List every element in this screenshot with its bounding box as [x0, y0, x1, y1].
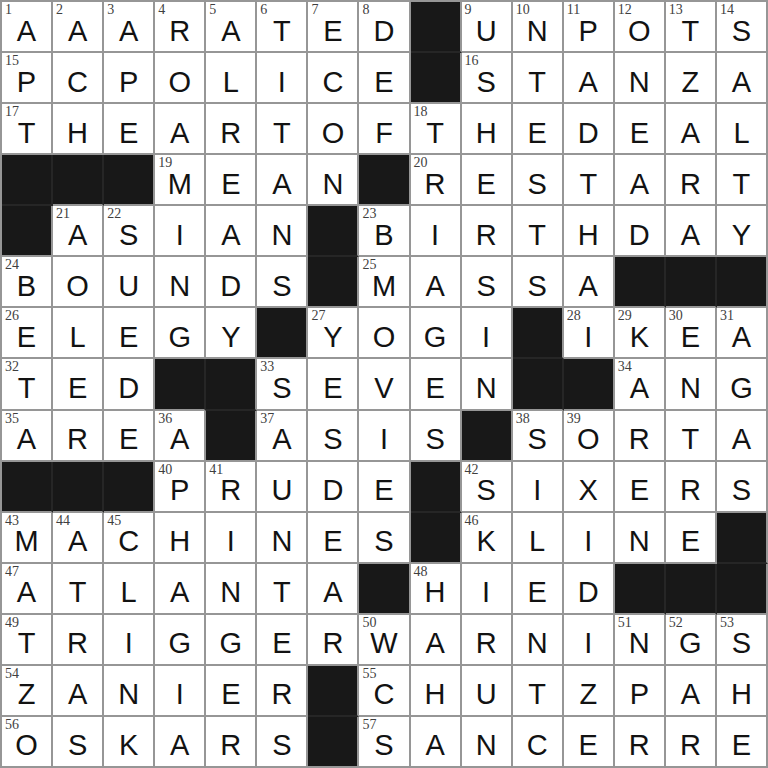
black-square-r6c15 [717, 257, 768, 308]
cell-r3c8[interactable]: F [359, 104, 410, 155]
cell-r6c3[interactable]: U [104, 257, 155, 308]
cell-r15c6[interactable]: S [257, 717, 308, 768]
cell-r15c2[interactable]: S [53, 717, 104, 768]
cell-r3c1[interactable]: 17T [2, 104, 53, 155]
cell-r11c1[interactable]: 43M [2, 513, 53, 564]
cell-r8c2[interactable]: E [53, 359, 104, 410]
cell-letter: L [53, 308, 102, 357]
cell-r2c2[interactable]: C [53, 53, 104, 104]
black-square-r9c10 [462, 411, 513, 462]
cell-r1c3[interactable]: 3A [104, 2, 155, 53]
cell-r5c3[interactable]: 22S [104, 206, 155, 257]
black-square-r10c2 [53, 462, 104, 513]
cell-letter: I [206, 513, 255, 562]
cell-letter: N [615, 615, 664, 664]
cell-letter: H [462, 104, 511, 153]
cell-letter: D [206, 257, 255, 306]
cell-letter: I [513, 462, 562, 511]
cell-r2c12[interactable]: A [564, 53, 615, 104]
cell-r10c6[interactable]: U [257, 462, 308, 513]
cell-r15c12[interactable]: E [564, 717, 615, 768]
cell-r12c6[interactable]: T [257, 564, 308, 615]
cell-letter: N [155, 257, 204, 306]
cell-r11c6[interactable]: N [257, 513, 308, 564]
cell-r2c6[interactable]: I [257, 53, 308, 104]
cell-letter: R [206, 104, 255, 153]
cell-r5c9[interactable]: I [411, 206, 462, 257]
cell-letter: C [513, 717, 562, 766]
cell-r10c5[interactable]: 41R [206, 462, 257, 513]
black-square-r2c9 [411, 53, 462, 104]
cell-letter: N [257, 206, 306, 255]
cell-r11c3[interactable]: 45C [104, 513, 155, 564]
cell-r13c7[interactable]: R [308, 615, 359, 666]
cell-r6c10[interactable]: S [462, 257, 513, 308]
cell-r11c4[interactable]: H [155, 513, 206, 564]
cell-r15c15[interactable]: E [717, 717, 768, 768]
cell-r6c11[interactable]: S [513, 257, 564, 308]
cell-r4c12[interactable]: T [564, 155, 615, 206]
cell-r8c8[interactable]: V [359, 359, 410, 410]
cell-r3c11[interactable]: E [513, 104, 564, 155]
cell-letter: A [155, 104, 204, 153]
cell-r13c1[interactable]: 49T [2, 615, 53, 666]
cell-r2c4[interactable]: O [155, 53, 206, 104]
cell-r10c10[interactable]: 42S [462, 462, 513, 513]
cell-letter: D [359, 2, 408, 51]
cell-r2c14[interactable]: Z [666, 53, 717, 104]
cell-r3c9[interactable]: 18T [411, 104, 462, 155]
cell-r7c10[interactable]: I [462, 308, 513, 359]
cell-letter: E [615, 104, 664, 153]
cell-r8c10[interactable]: N [462, 359, 513, 410]
cell-r5c8[interactable]: 23B [359, 206, 410, 257]
cell-r14c8[interactable]: 55C [359, 666, 410, 717]
cell-r3c5[interactable]: R [206, 104, 257, 155]
cell-letter: G [206, 615, 255, 664]
cell-letter: E [359, 53, 408, 102]
cell-letter: G [411, 308, 460, 357]
cell-r8c1[interactable]: 32T [2, 359, 53, 410]
cell-letter: R [308, 615, 357, 664]
cell-r4c4[interactable]: 19M [155, 155, 206, 206]
cell-r7c14[interactable]: 30E [666, 308, 717, 359]
cell-r7c4[interactable]: G [155, 308, 206, 359]
cell-r14c5[interactable]: E [206, 666, 257, 717]
black-square-r11c9 [411, 513, 462, 564]
cell-r1c13[interactable]: 12O [615, 2, 666, 53]
cell-letter: S [104, 206, 153, 255]
cell-r4c11[interactable]: S [513, 155, 564, 206]
cell-letter: N [257, 513, 306, 562]
cell-r13c2[interactable]: R [53, 615, 104, 666]
cell-r4c13[interactable]: A [615, 155, 666, 206]
cell-r10c4[interactable]: 40P [155, 462, 206, 513]
cell-letter: N [513, 615, 562, 664]
cell-r5c6[interactable]: N [257, 206, 308, 257]
cell-r13c11[interactable]: N [513, 615, 564, 666]
cell-letter: R [206, 462, 255, 511]
cell-r8c6[interactable]: 33S [257, 359, 308, 410]
cell-r12c10[interactable]: I [462, 564, 513, 615]
cell-letter: T [257, 104, 306, 153]
cell-r8c13[interactable]: 34A [615, 359, 666, 410]
black-square-r6c7 [308, 257, 359, 308]
cell-r14c10[interactable]: U [462, 666, 513, 717]
black-square-r8c11 [513, 359, 564, 410]
cell-r3c6[interactable]: T [257, 104, 308, 155]
cell-letter: R [462, 206, 511, 255]
cell-r3c7[interactable]: O [308, 104, 359, 155]
cell-letter: A [666, 104, 715, 153]
cell-r6c12[interactable]: A [564, 257, 615, 308]
cell-r11c5[interactable]: I [206, 513, 257, 564]
cell-letter: D [104, 359, 153, 408]
cell-letter: W [359, 615, 408, 664]
cell-r7c5[interactable]: Y [206, 308, 257, 359]
cell-r2c5[interactable]: L [206, 53, 257, 104]
cell-r15c5[interactable]: R [206, 717, 257, 768]
cell-r8c15[interactable]: G [717, 359, 768, 410]
cell-letter: U [257, 462, 306, 511]
cell-r5c12[interactable]: H [564, 206, 615, 257]
cell-r12c5[interactable]: N [206, 564, 257, 615]
cell-r8c3[interactable]: D [104, 359, 155, 410]
cell-r7c12[interactable]: 28I [564, 308, 615, 359]
cell-letter: A [155, 717, 204, 766]
black-square-r4c8 [359, 155, 410, 206]
cell-r15c9[interactable]: A [411, 717, 462, 768]
cell-letter: H [53, 104, 102, 153]
cell-r9c12[interactable]: 39O [564, 411, 615, 462]
cell-r14c13[interactable]: P [615, 666, 666, 717]
cell-r13c6[interactable]: E [257, 615, 308, 666]
cell-r9c3[interactable]: E [104, 411, 155, 462]
cell-letter: T [257, 564, 306, 613]
cell-letter: A [615, 359, 664, 408]
cell-letter: N [615, 513, 664, 562]
cell-letter: E [666, 513, 715, 562]
cell-r14c15[interactable]: H [717, 666, 768, 717]
cell-r7c2[interactable]: L [53, 308, 104, 359]
cell-letter: E [257, 615, 306, 664]
cell-r7c7[interactable]: 27Y [308, 308, 359, 359]
cell-r1c15[interactable]: 14S [717, 2, 768, 53]
cell-r1c1[interactable]: 1A [2, 2, 53, 53]
cell-r14c4[interactable]: I [155, 666, 206, 717]
cell-letter: V [359, 359, 408, 408]
cell-r3c13[interactable]: E [615, 104, 666, 155]
cell-r14c12[interactable]: Z [564, 666, 615, 717]
cell-letter: X [564, 462, 613, 511]
cell-r13c10[interactable]: R [462, 615, 513, 666]
cell-r6c1[interactable]: 24B [2, 257, 53, 308]
cell-r1c2[interactable]: 2A [53, 2, 104, 53]
cell-letter: S [462, 53, 511, 102]
cell-r7c8[interactable]: O [359, 308, 410, 359]
black-square-r4c2 [53, 155, 104, 206]
cell-r10c8[interactable]: E [359, 462, 410, 513]
cell-r4c10[interactable]: E [462, 155, 513, 206]
cell-r5c13[interactable]: D [615, 206, 666, 257]
cell-r11c13[interactable]: N [615, 513, 666, 564]
cell-r6c4[interactable]: N [155, 257, 206, 308]
black-square-r10c9 [411, 462, 462, 513]
cell-r10c15[interactable]: S [717, 462, 768, 513]
cell-r3c14[interactable]: A [666, 104, 717, 155]
cell-r15c10[interactable]: N [462, 717, 513, 768]
cell-r12c1[interactable]: 47A [2, 564, 53, 615]
cell-r15c4[interactable]: A [155, 717, 206, 768]
cell-r3c12[interactable]: D [564, 104, 615, 155]
cell-r3c3[interactable]: E [104, 104, 155, 155]
cell-r11c8[interactable]: S [359, 513, 410, 564]
cell-letter: T [2, 615, 51, 664]
cell-r1c12[interactable]: 11P [564, 2, 615, 53]
cell-r5c10[interactable]: R [462, 206, 513, 257]
cell-r9c11[interactable]: 38S [513, 411, 564, 462]
cell-letter: D [564, 104, 613, 153]
cell-r14c1[interactable]: 54Z [2, 666, 53, 717]
cell-letter: A [717, 411, 766, 460]
cell-r7c15[interactable]: 31A [717, 308, 768, 359]
cell-letter: S [359, 717, 408, 766]
cell-letter: A [104, 2, 153, 51]
cell-r13c5[interactable]: G [206, 615, 257, 666]
cell-r14c3[interactable]: N [104, 666, 155, 717]
cell-letter: A [155, 411, 204, 460]
cell-letter: I [104, 615, 153, 664]
cell-letter: R [53, 411, 102, 460]
cell-letter: I [411, 206, 460, 255]
cell-letter: S [359, 513, 408, 562]
cell-letter: C [104, 513, 153, 562]
cell-r12c2[interactable]: T [53, 564, 104, 615]
cell-letter: A [2, 411, 51, 460]
cell-letter: O [155, 53, 204, 102]
cell-r12c9[interactable]: 48H [411, 564, 462, 615]
cell-letter: T [257, 2, 306, 51]
cell-r2c11[interactable]: T [513, 53, 564, 104]
cell-r13c15[interactable]: 53S [717, 615, 768, 666]
cell-r10c12[interactable]: X [564, 462, 615, 513]
cell-r14c11[interactable]: T [513, 666, 564, 717]
cell-r9c1[interactable]: 35A [2, 411, 53, 462]
cell-r3c10[interactable]: H [462, 104, 513, 155]
cell-r6c8[interactable]: 25M [359, 257, 410, 308]
cell-r9c8[interactable]: I [359, 411, 410, 462]
cell-letter: E [411, 359, 460, 408]
cell-letter: O [53, 257, 102, 306]
cell-r6c6[interactable]: S [257, 257, 308, 308]
cell-r11c11[interactable]: L [513, 513, 564, 564]
cell-r2c1[interactable]: 15P [2, 53, 53, 104]
cell-r9c6[interactable]: 37A [257, 411, 308, 462]
cell-r9c15[interactable]: A [717, 411, 768, 462]
cell-r12c11[interactable]: E [513, 564, 564, 615]
black-square-r8c4 [155, 359, 206, 410]
cell-r2c15[interactable]: A [717, 53, 768, 104]
cell-letter: Z [564, 666, 613, 715]
cell-r10c11[interactable]: I [513, 462, 564, 513]
cell-r9c13[interactable]: R [615, 411, 666, 462]
cell-letter: C [359, 666, 408, 715]
cell-r4c14[interactable]: R [666, 155, 717, 206]
cell-letter: M [2, 513, 51, 562]
cell-r2c13[interactable]: N [615, 53, 666, 104]
cell-r8c14[interactable]: N [666, 359, 717, 410]
cell-r9c4[interactable]: 36A [155, 411, 206, 462]
cell-r1c14[interactable]: 13T [666, 2, 717, 53]
cell-letter: K [104, 717, 153, 766]
cell-r11c7[interactable]: E [308, 513, 359, 564]
cell-letter: A [666, 206, 715, 255]
cell-r5c4[interactable]: I [155, 206, 206, 257]
cell-letter: P [155, 462, 204, 511]
cell-r5c15[interactable]: Y [717, 206, 768, 257]
cell-r13c12[interactable]: I [564, 615, 615, 666]
crossword-grid: 1A2A3A4R5A6T7E8D9U10N11P12O13T14S15PCPOL… [0, 0, 768, 768]
cell-letter: N [666, 359, 715, 408]
cell-r8c7[interactable]: E [308, 359, 359, 410]
cell-r12c3[interactable]: L [104, 564, 155, 615]
cell-r7c13[interactable]: 29K [615, 308, 666, 359]
cell-r14c2[interactable]: A [53, 666, 104, 717]
cell-r3c4[interactable]: A [155, 104, 206, 155]
cell-letter: G [666, 615, 715, 664]
cell-r5c14[interactable]: A [666, 206, 717, 257]
cell-r1c7[interactable]: 7E [308, 2, 359, 53]
cell-r1c10[interactable]: 9U [462, 2, 513, 53]
cell-letter: H [564, 206, 613, 255]
cell-letter: U [104, 257, 153, 306]
cell-r10c13[interactable]: E [615, 462, 666, 513]
cell-r7c1[interactable]: 26E [2, 308, 53, 359]
cell-letter: R [666, 462, 715, 511]
cell-r5c5[interactable]: A [206, 206, 257, 257]
cell-letter: S [513, 155, 562, 204]
cell-r4c6[interactable]: A [257, 155, 308, 206]
cell-r13c14[interactable]: 52G [666, 615, 717, 666]
cell-r15c11[interactable]: C [513, 717, 564, 768]
cell-r14c14[interactable]: A [666, 666, 717, 717]
cell-r1c8[interactable]: 8D [359, 2, 410, 53]
cell-r4c15[interactable]: T [717, 155, 768, 206]
cell-letter: I [462, 564, 511, 613]
cell-r10c14[interactable]: R [666, 462, 717, 513]
cell-r11c10[interactable]: 46K [462, 513, 513, 564]
cell-letter: A [155, 564, 204, 613]
cell-letter: G [717, 359, 766, 408]
cell-r1c11[interactable]: 10N [513, 2, 564, 53]
cell-r15c14[interactable]: R [666, 717, 717, 768]
cell-letter: E [666, 308, 715, 357]
cell-letter: Y [717, 206, 766, 255]
black-square-r1c9 [411, 2, 462, 53]
cell-r1c6[interactable]: 6T [257, 2, 308, 53]
cell-r14c6[interactable]: R [257, 666, 308, 717]
cell-r8c9[interactable]: E [411, 359, 462, 410]
cell-r1c5[interactable]: 5A [206, 2, 257, 53]
cell-letter: S [462, 257, 511, 306]
cell-r11c2[interactable]: 44A [53, 513, 104, 564]
black-square-r15c7 [308, 717, 359, 768]
cell-letter: N [462, 359, 511, 408]
cell-r3c15[interactable]: L [717, 104, 768, 155]
cell-letter: K [462, 513, 511, 562]
cell-r6c5[interactable]: D [206, 257, 257, 308]
cell-r6c2[interactable]: O [53, 257, 104, 308]
cell-r6c9[interactable]: A [411, 257, 462, 308]
cell-letter: R [257, 666, 306, 715]
cell-r7c9[interactable]: G [411, 308, 462, 359]
cell-r4c9[interactable]: 20R [411, 155, 462, 206]
cell-letter: T [53, 564, 102, 613]
cell-letter: E [2, 308, 51, 357]
cell-r11c12[interactable]: I [564, 513, 615, 564]
cell-letter: S [257, 257, 306, 306]
cell-r12c4[interactable]: A [155, 564, 206, 615]
cell-r7c3[interactable]: E [104, 308, 155, 359]
black-square-r10c3 [104, 462, 155, 513]
cell-letter: B [359, 206, 408, 255]
cell-letter: R [462, 615, 511, 664]
cell-r11c14[interactable]: E [666, 513, 717, 564]
cell-r10c7[interactable]: D [308, 462, 359, 513]
cell-letter: I [462, 308, 511, 357]
cell-r1c4[interactable]: 4R [155, 2, 206, 53]
cell-r15c3[interactable]: K [104, 717, 155, 768]
cell-letter: L [717, 104, 766, 153]
cell-r13c4[interactable]: G [155, 615, 206, 666]
cell-letter: S [462, 462, 511, 511]
cell-r5c11[interactable]: T [513, 206, 564, 257]
cell-r12c12[interactable]: D [564, 564, 615, 615]
cell-r2c7[interactable]: C [308, 53, 359, 104]
cell-letter: A [411, 257, 460, 306]
cell-r3c2[interactable]: H [53, 104, 104, 155]
cell-r9c7[interactable]: S [308, 411, 359, 462]
cell-r13c9[interactable]: A [411, 615, 462, 666]
black-square-r12c14 [666, 564, 717, 615]
cell-letter: A [717, 53, 766, 102]
cell-r2c8[interactable]: E [359, 53, 410, 104]
cell-r12c7[interactable]: A [308, 564, 359, 615]
cell-r15c13[interactable]: R [615, 717, 666, 768]
cell-r4c7[interactable]: N [308, 155, 359, 206]
cell-r14c9[interactable]: H [411, 666, 462, 717]
cell-letter: E [206, 155, 255, 204]
cell-r9c14[interactable]: T [666, 411, 717, 462]
cell-letter: S [717, 615, 766, 664]
cell-r2c3[interactable]: P [104, 53, 155, 104]
cell-r13c13[interactable]: 51N [615, 615, 666, 666]
black-square-r5c7 [308, 206, 359, 257]
cell-r13c3[interactable]: I [104, 615, 155, 666]
cell-r15c8[interactable]: 57S [359, 717, 410, 768]
cell-letter: N [206, 564, 255, 613]
cell-letter: S [513, 411, 562, 460]
cell-r5c2[interactable]: 21A [53, 206, 104, 257]
cell-letter: A [615, 155, 664, 204]
cell-r4c5[interactable]: E [206, 155, 257, 206]
cell-r9c9[interactable]: S [411, 411, 462, 462]
cell-r9c2[interactable]: R [53, 411, 104, 462]
cell-r13c8[interactable]: 50W [359, 615, 410, 666]
cell-r15c1[interactable]: 56O [2, 717, 53, 768]
cell-r2c10[interactable]: 16S [462, 53, 513, 104]
cell-letter: P [615, 666, 664, 715]
